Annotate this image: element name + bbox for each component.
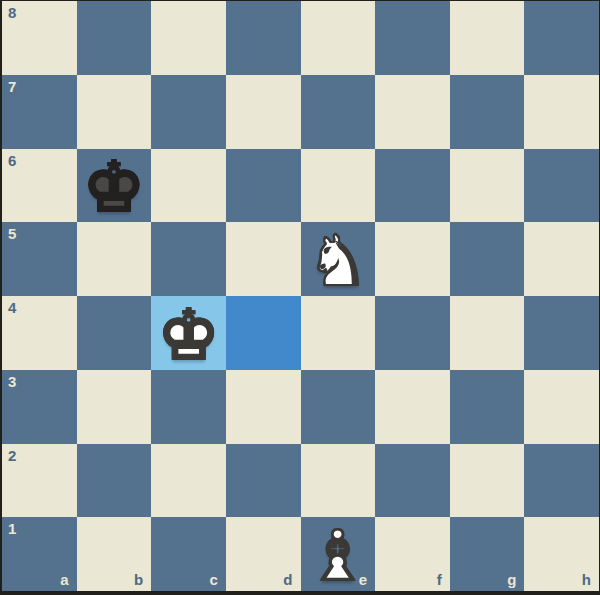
square-b7[interactable] [77,75,152,149]
square-g5[interactable] [450,222,525,296]
square-a6[interactable]: 6 [2,149,77,223]
square-c6[interactable] [151,149,226,223]
square-c5[interactable] [151,222,226,296]
square-c7[interactable] [151,75,226,149]
square-b8[interactable] [77,1,152,75]
piece-black-king[interactable]: ♚♔ [77,149,152,223]
black-king-detail: ♔ [77,151,152,225]
square-e1[interactable]: e♝♗ [301,517,376,591]
square-h3[interactable] [524,370,599,444]
square-b1[interactable]: b [77,517,152,591]
square-d4[interactable] [226,296,301,370]
square-f8[interactable] [375,1,450,75]
square-b2[interactable] [77,444,152,518]
square-g2[interactable] [450,444,525,518]
chess-app-stage: 876♚♔5♞♘4♚♔321abcde♝♗fgh [0,0,600,595]
square-d3[interactable] [226,370,301,444]
square-f7[interactable] [375,75,450,149]
square-a5[interactable]: 5 [2,222,77,296]
file-label-d: d [283,571,292,588]
rank-label-3: 3 [8,373,16,390]
chess-board: 876♚♔5♞♘4♚♔321abcde♝♗fgh [0,0,600,595]
square-h6[interactable] [524,149,599,223]
square-e2[interactable] [301,444,376,518]
square-b4[interactable] [77,296,152,370]
square-h1[interactable]: h [524,517,599,591]
square-f1[interactable]: f [375,517,450,591]
square-b5[interactable] [77,222,152,296]
square-a2[interactable]: 2 [2,444,77,518]
square-e3[interactable] [301,370,376,444]
rank-label-8: 8 [8,4,16,21]
square-f5[interactable] [375,222,450,296]
square-e5[interactable]: ♞♘ [301,222,376,296]
square-b3[interactable] [77,370,152,444]
square-a1[interactable]: 1a [2,517,77,591]
rank-label-1: 1 [8,520,16,537]
square-d5[interactable] [226,222,301,296]
square-g3[interactable] [450,370,525,444]
rank-label-6: 6 [8,152,16,169]
white-knight-detail: ♘ [301,224,376,298]
square-f2[interactable] [375,444,450,518]
rank-label-4: 4 [8,299,16,316]
file-label-h: h [582,571,591,588]
square-c3[interactable] [151,370,226,444]
square-c1[interactable]: c [151,517,226,591]
square-c4[interactable]: ♚♔ [151,296,226,370]
square-d6[interactable] [226,149,301,223]
square-d8[interactable] [226,1,301,75]
square-d2[interactable] [226,444,301,518]
file-label-f: f [437,571,442,588]
square-h2[interactable] [524,444,599,518]
rank-label-7: 7 [8,78,16,95]
square-a4[interactable]: 4 [2,296,77,370]
file-label-c: c [210,571,218,588]
square-a8[interactable]: 8 [2,1,77,75]
square-g7[interactable] [450,75,525,149]
square-e7[interactable] [301,75,376,149]
piece-white-king[interactable]: ♚♔ [151,296,226,370]
square-g6[interactable] [450,149,525,223]
square-f3[interactable] [375,370,450,444]
square-h8[interactable] [524,1,599,75]
square-e8[interactable] [301,1,376,75]
square-e4[interactable] [301,296,376,370]
square-c2[interactable] [151,444,226,518]
white-bishop-detail: ♗ [301,519,376,593]
square-h7[interactable] [524,75,599,149]
square-b6[interactable]: ♚♔ [77,149,152,223]
square-f6[interactable] [375,149,450,223]
file-label-b: b [134,571,143,588]
square-c8[interactable] [151,1,226,75]
rank-label-5: 5 [8,225,16,242]
file-label-g: g [507,571,516,588]
square-g4[interactable] [450,296,525,370]
file-label-a: a [60,571,68,588]
square-e6[interactable] [301,149,376,223]
piece-white-bishop[interactable]: ♝♗ [301,517,376,591]
square-f4[interactable] [375,296,450,370]
rank-label-2: 2 [8,447,16,464]
square-g1[interactable]: g [450,517,525,591]
square-d1[interactable]: d [226,517,301,591]
square-a7[interactable]: 7 [2,75,77,149]
white-king-detail: ♔ [151,298,226,372]
piece-white-knight[interactable]: ♞♘ [301,222,376,296]
square-h4[interactable] [524,296,599,370]
square-d7[interactable] [226,75,301,149]
square-h5[interactable] [524,222,599,296]
square-a3[interactable]: 3 [2,370,77,444]
square-g8[interactable] [450,1,525,75]
